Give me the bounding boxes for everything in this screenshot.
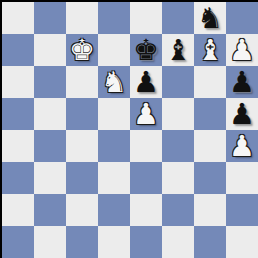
square-b8[interactable]	[34, 2, 66, 34]
square-d3[interactable]	[98, 162, 130, 194]
square-d4[interactable]	[98, 130, 130, 162]
black-bishop[interactable]: ♝	[165, 34, 191, 66]
square-e1[interactable]	[130, 226, 162, 258]
square-d7[interactable]	[98, 34, 130, 66]
square-b7[interactable]	[34, 34, 66, 66]
square-b2[interactable]	[34, 194, 66, 226]
square-e8[interactable]	[130, 2, 162, 34]
square-g2[interactable]	[194, 194, 226, 226]
square-b5[interactable]	[34, 98, 66, 130]
square-a1[interactable]	[2, 226, 34, 258]
square-b3[interactable]	[34, 162, 66, 194]
square-h8[interactable]	[226, 2, 258, 34]
square-c5[interactable]	[66, 98, 98, 130]
black-pawn[interactable]: ♟	[229, 66, 255, 98]
black-pawn[interactable]: ♟	[133, 66, 159, 98]
square-h6[interactable]: ♟	[226, 66, 258, 98]
square-g3[interactable]	[194, 162, 226, 194]
square-c8[interactable]	[66, 2, 98, 34]
square-c1[interactable]	[66, 226, 98, 258]
square-b6[interactable]	[34, 66, 66, 98]
chess-board: ♞♚♚♝♝♟♞♟♟♟♟♟	[0, 0, 258, 258]
square-f8[interactable]	[162, 2, 194, 34]
square-a2[interactable]	[2, 194, 34, 226]
square-e5[interactable]: ♟	[130, 98, 162, 130]
square-g4[interactable]	[194, 130, 226, 162]
square-h5[interactable]: ♟	[226, 98, 258, 130]
square-b4[interactable]	[34, 130, 66, 162]
square-h1[interactable]	[226, 226, 258, 258]
square-h2[interactable]	[226, 194, 258, 226]
black-pawn[interactable]: ♟	[229, 98, 255, 130]
square-d8[interactable]	[98, 2, 130, 34]
square-g7[interactable]: ♝	[194, 34, 226, 66]
square-c7[interactable]: ♚	[66, 34, 98, 66]
black-king[interactable]: ♚	[133, 34, 159, 66]
black-knight[interactable]: ♞	[197, 2, 223, 34]
square-e7[interactable]: ♚	[130, 34, 162, 66]
square-g8[interactable]: ♞	[194, 2, 226, 34]
square-a6[interactable]	[2, 66, 34, 98]
white-king[interactable]: ♚	[69, 34, 95, 66]
square-d6[interactable]: ♞	[98, 66, 130, 98]
square-f6[interactable]	[162, 66, 194, 98]
square-f3[interactable]	[162, 162, 194, 194]
square-e6[interactable]: ♟	[130, 66, 162, 98]
white-pawn[interactable]: ♟	[133, 98, 159, 130]
square-c3[interactable]	[66, 162, 98, 194]
square-e3[interactable]	[130, 162, 162, 194]
square-c4[interactable]	[66, 130, 98, 162]
square-c2[interactable]	[66, 194, 98, 226]
square-f5[interactable]	[162, 98, 194, 130]
white-bishop[interactable]: ♝	[197, 34, 223, 66]
square-d1[interactable]	[98, 226, 130, 258]
square-e4[interactable]	[130, 130, 162, 162]
square-d2[interactable]	[98, 194, 130, 226]
square-a8[interactable]	[2, 2, 34, 34]
square-e2[interactable]	[130, 194, 162, 226]
square-f1[interactable]	[162, 226, 194, 258]
square-b1[interactable]	[34, 226, 66, 258]
square-c6[interactable]	[66, 66, 98, 98]
square-h4[interactable]: ♟	[226, 130, 258, 162]
square-d5[interactable]	[98, 98, 130, 130]
square-g1[interactable]	[194, 226, 226, 258]
square-h3[interactable]	[226, 162, 258, 194]
square-f4[interactable]	[162, 130, 194, 162]
white-knight[interactable]: ♞	[101, 66, 127, 98]
white-pawn[interactable]: ♟	[229, 130, 255, 162]
square-g5[interactable]	[194, 98, 226, 130]
square-a4[interactable]	[2, 130, 34, 162]
white-pawn[interactable]: ♟	[229, 34, 255, 66]
square-a7[interactable]	[2, 34, 34, 66]
square-a5[interactable]	[2, 98, 34, 130]
square-f2[interactable]	[162, 194, 194, 226]
square-f7[interactable]: ♝	[162, 34, 194, 66]
square-g6[interactable]	[194, 66, 226, 98]
square-a3[interactable]	[2, 162, 34, 194]
square-h7[interactable]: ♟	[226, 34, 258, 66]
